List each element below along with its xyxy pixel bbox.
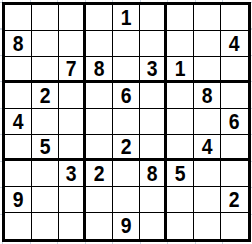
cell-r9c9[interactable] bbox=[221, 213, 248, 239]
cell-r2c3[interactable] bbox=[59, 31, 86, 57]
cell-r5c8[interactable] bbox=[194, 109, 221, 135]
cell-r4c1[interactable] bbox=[5, 83, 32, 109]
cell-r7c7: 5 bbox=[167, 161, 194, 187]
cell-r3c6: 3 bbox=[140, 57, 167, 83]
cell-r2c9: 4 bbox=[221, 31, 248, 57]
cell-r8c5[interactable] bbox=[113, 187, 140, 213]
cell-r2c7[interactable] bbox=[167, 31, 194, 57]
cell-r8c4[interactable] bbox=[86, 187, 113, 213]
sudoku-page: 1847831268465243285929 bbox=[0, 0, 252, 244]
cell-r6c2: 5 bbox=[32, 135, 59, 161]
cell-r7c5[interactable] bbox=[113, 161, 140, 187]
cell-r4c3[interactable] bbox=[59, 83, 86, 109]
cell-r3c3: 7 bbox=[59, 57, 86, 83]
given-digit: 2 bbox=[94, 163, 105, 185]
cell-r3c9[interactable] bbox=[221, 57, 248, 83]
cell-r7c3: 3 bbox=[59, 161, 86, 187]
cell-r2c1: 8 bbox=[5, 31, 32, 57]
cell-r8c2[interactable] bbox=[32, 187, 59, 213]
cell-r7c9[interactable] bbox=[221, 161, 248, 187]
cell-r1c9[interactable] bbox=[221, 5, 248, 31]
cell-r9c4[interactable] bbox=[86, 213, 113, 239]
given-digit: 7 bbox=[66, 58, 77, 80]
cell-r8c1: 9 bbox=[5, 187, 32, 213]
cell-r6c6[interactable] bbox=[140, 135, 167, 161]
given-digit: 8 bbox=[147, 163, 158, 185]
cell-r8c9: 2 bbox=[221, 187, 248, 213]
cell-r1c6[interactable] bbox=[140, 5, 167, 31]
cell-r1c4[interactable] bbox=[86, 5, 113, 31]
cell-r5c2[interactable] bbox=[32, 109, 59, 135]
cell-r7c8[interactable] bbox=[194, 161, 221, 187]
given-digit: 9 bbox=[121, 215, 132, 237]
cell-r2c2[interactable] bbox=[32, 31, 59, 57]
cell-r7c1[interactable] bbox=[5, 161, 32, 187]
given-digit: 8 bbox=[202, 85, 213, 107]
cell-r5c4[interactable] bbox=[86, 109, 113, 135]
cell-r4c5: 6 bbox=[113, 83, 140, 109]
cell-r2c5[interactable] bbox=[113, 31, 140, 57]
cell-r9c8[interactable] bbox=[194, 213, 221, 239]
cell-r6c8: 4 bbox=[194, 135, 221, 161]
cell-r1c3[interactable] bbox=[59, 5, 86, 31]
cell-r4c9[interactable] bbox=[221, 83, 248, 109]
cell-r4c4[interactable] bbox=[86, 83, 113, 109]
cell-r5c7[interactable] bbox=[167, 109, 194, 135]
cell-r1c1[interactable] bbox=[5, 5, 32, 31]
cell-r8c8[interactable] bbox=[194, 187, 221, 213]
cell-r3c8[interactable] bbox=[194, 57, 221, 83]
given-digit: 9 bbox=[13, 189, 24, 211]
cell-r7c6: 8 bbox=[140, 161, 167, 187]
cell-r5c3[interactable] bbox=[59, 109, 86, 135]
cell-r6c5: 2 bbox=[113, 135, 140, 161]
cell-r1c7[interactable] bbox=[167, 5, 194, 31]
cell-r9c7[interactable] bbox=[167, 213, 194, 239]
cell-r6c7[interactable] bbox=[167, 135, 194, 161]
cell-r9c2[interactable] bbox=[32, 213, 59, 239]
given-digit: 8 bbox=[13, 33, 24, 55]
given-digit: 8 bbox=[94, 58, 105, 80]
given-digit: 4 bbox=[229, 33, 240, 55]
cell-r5c6[interactable] bbox=[140, 109, 167, 135]
cell-r9c6[interactable] bbox=[140, 213, 167, 239]
given-digit: 5 bbox=[40, 136, 51, 158]
cell-r3c5[interactable] bbox=[113, 57, 140, 83]
cell-r8c3[interactable] bbox=[59, 187, 86, 213]
given-digit: 2 bbox=[121, 136, 132, 158]
cell-r9c5: 9 bbox=[113, 213, 140, 239]
given-digit: 3 bbox=[147, 58, 158, 80]
cell-r8c7[interactable] bbox=[167, 187, 194, 213]
cell-r4c8: 8 bbox=[194, 83, 221, 109]
given-digit: 3 bbox=[66, 163, 77, 185]
cell-r9c1[interactable] bbox=[5, 213, 32, 239]
given-digit: 2 bbox=[229, 189, 240, 211]
cell-r6c3[interactable] bbox=[59, 135, 86, 161]
cell-r8c6[interactable] bbox=[140, 187, 167, 213]
cell-r5c9: 6 bbox=[221, 109, 248, 135]
cell-r3c1[interactable] bbox=[5, 57, 32, 83]
cell-r3c4: 8 bbox=[86, 57, 113, 83]
given-digit: 1 bbox=[121, 7, 132, 29]
cell-r1c8[interactable] bbox=[194, 5, 221, 31]
given-digit: 4 bbox=[202, 136, 213, 158]
cell-r3c2[interactable] bbox=[32, 57, 59, 83]
cell-r6c1[interactable] bbox=[5, 135, 32, 161]
given-digit: 6 bbox=[121, 85, 132, 107]
cell-r6c9[interactable] bbox=[221, 135, 248, 161]
cell-r6c4[interactable] bbox=[86, 135, 113, 161]
cell-r9c3[interactable] bbox=[59, 213, 86, 239]
cell-r4c6[interactable] bbox=[140, 83, 167, 109]
cell-r1c2[interactable] bbox=[32, 5, 59, 31]
cell-r2c4[interactable] bbox=[86, 31, 113, 57]
cell-r2c8[interactable] bbox=[194, 31, 221, 57]
given-digit: 1 bbox=[175, 58, 186, 80]
cell-r3c7: 1 bbox=[167, 57, 194, 83]
cell-r2c6[interactable] bbox=[140, 31, 167, 57]
given-digit: 6 bbox=[229, 111, 240, 133]
cell-r7c4: 2 bbox=[86, 161, 113, 187]
cell-r4c7[interactable] bbox=[167, 83, 194, 109]
given-digit: 2 bbox=[40, 85, 51, 107]
cell-r1c5: 1 bbox=[113, 5, 140, 31]
cell-r4c2: 2 bbox=[32, 83, 59, 109]
cell-r5c5[interactable] bbox=[113, 109, 140, 135]
sudoku-board: 1847831268465243285929 bbox=[2, 2, 251, 242]
given-digit: 5 bbox=[175, 163, 186, 185]
cell-r5c1: 4 bbox=[5, 109, 32, 135]
given-digit: 4 bbox=[13, 111, 24, 133]
cell-r7c2[interactable] bbox=[32, 161, 59, 187]
